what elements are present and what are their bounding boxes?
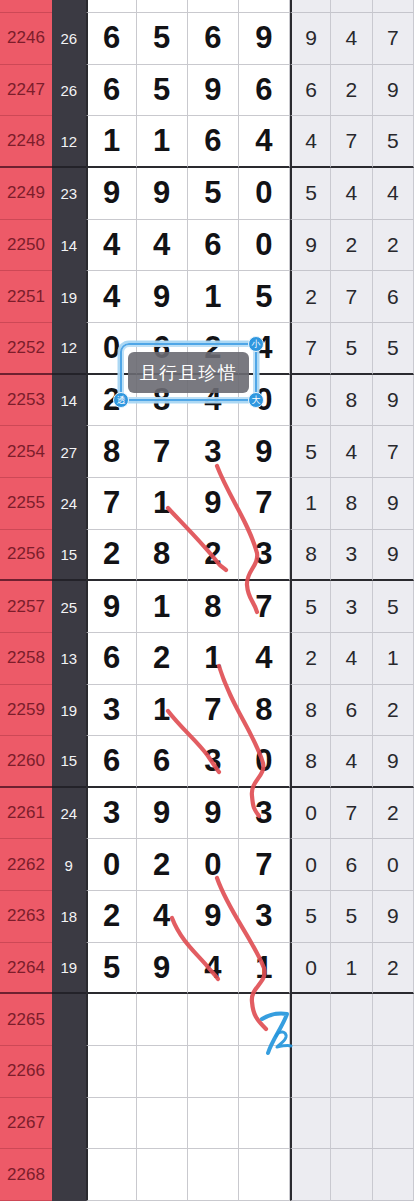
sum-cell: 18 (52, 891, 86, 943)
digit-cell: 9 (188, 788, 239, 840)
sum-cell: 25 (52, 581, 86, 633)
digit-cell: 5 (137, 65, 188, 117)
tail-cell: 6 (331, 839, 372, 891)
tail-cell: 7 (290, 323, 331, 375)
period-cell: 2261 (0, 788, 52, 840)
digit-cell: 1 (137, 685, 188, 737)
sum-cell: 27 (52, 426, 86, 478)
tail-cell (290, 1098, 331, 1150)
digit-cell (137, 1046, 188, 1098)
digit-cell: 6 (86, 736, 137, 788)
digit-cell: 7 (86, 478, 137, 530)
digit-cell: 3 (188, 426, 239, 478)
digit-cell: 1 (239, 943, 290, 995)
tail-cell: 9 (373, 736, 414, 788)
tail-cell: 9 (373, 478, 414, 530)
digit-cell: 9 (137, 168, 188, 220)
tail-cell: 9 (373, 65, 414, 117)
sum-cell: 15 (52, 736, 86, 788)
digit-cell: 1 (137, 581, 188, 633)
sum-cell: 23 (52, 168, 86, 220)
digit-cell: 4 (86, 220, 137, 272)
digit-cell (239, 994, 290, 1046)
tail-cell: 4 (331, 13, 372, 65)
digit-cell: 8 (137, 530, 188, 582)
digit-cell: 8 (86, 426, 137, 478)
digit-cell: 6 (137, 736, 188, 788)
tail-cell: 7 (331, 116, 372, 168)
period-cell: 2263 (0, 891, 52, 943)
digit-cell: 6 (239, 65, 290, 117)
tail-cell: 0 (290, 943, 331, 995)
sum-cell (52, 1149, 86, 1201)
tail-cell (331, 994, 372, 1046)
period-cell: 2254 (0, 426, 52, 478)
digit-cell (86, 1046, 137, 1098)
tail-cell: 9 (290, 220, 331, 272)
digit-cell: 0 (239, 168, 290, 220)
period-cell: 2251 (0, 271, 52, 323)
tail-cell: 5 (373, 116, 414, 168)
sum-cell: 19 (52, 685, 86, 737)
digit-cell: 6 (86, 13, 137, 65)
digit-cell (137, 994, 188, 1046)
sum-cell: 24 (52, 788, 86, 840)
tail-cell (331, 1149, 372, 1201)
digit-cell: 6 (188, 116, 239, 168)
tail-cell: 2 (331, 220, 372, 272)
digit-cell: 2 (137, 633, 188, 685)
digit-cell: 4 (239, 116, 290, 168)
digit-cell (188, 1149, 239, 1201)
digit-cell: 9 (188, 891, 239, 943)
tail-cell: 6 (290, 65, 331, 117)
tail-cell: 5 (331, 891, 372, 943)
tail-cell: 7 (331, 788, 372, 840)
period-cell: 2256 (0, 530, 52, 582)
digit-cell: 8 (188, 581, 239, 633)
digit-cell: 9 (86, 168, 137, 220)
tail-cell: 5 (373, 323, 414, 375)
period-cell: 2253 (0, 375, 52, 427)
tail-cell: 4 (331, 736, 372, 788)
period-cell: 2252 (0, 323, 52, 375)
digit-cell: 1 (188, 271, 239, 323)
tail-cell: 4 (373, 168, 414, 220)
sum-cell: 14 (52, 220, 86, 272)
sum-cell: 12 (52, 116, 86, 168)
digit-cell: 5 (86, 943, 137, 995)
digit-cell: 9 (239, 13, 290, 65)
digit-cell: 0 (239, 220, 290, 272)
digit-cell (86, 994, 137, 1046)
tail-cell: 7 (331, 271, 372, 323)
tail-cell (331, 1046, 372, 1098)
tail-cell: 1 (331, 943, 372, 995)
tail-cell (290, 1149, 331, 1201)
digit-cell: 3 (86, 788, 137, 840)
period-cell: 2246 (0, 13, 52, 65)
digit-cell: 6 (188, 220, 239, 272)
tail-cell: 4 (331, 633, 372, 685)
period-cell: 2259 (0, 685, 52, 737)
sum-cell: 19 (52, 271, 86, 323)
period-cell: 2262 (0, 839, 52, 891)
digit-cell: 7 (239, 478, 290, 530)
tail-cell: 6 (290, 375, 331, 427)
digit-cell: 6 (188, 13, 239, 65)
digit-cell: 5 (188, 168, 239, 220)
tail-cell: 2 (373, 220, 414, 272)
digit-cell: 0 (239, 736, 290, 788)
period-cell: 2266 (0, 1046, 52, 1098)
digit-cell (86, 1149, 137, 1201)
digit-cell: 2 (137, 839, 188, 891)
sum-cell (52, 1098, 86, 1150)
digit-cell: 4 (86, 0, 137, 13)
digit-cell: 6 (86, 633, 137, 685)
tail-cell: 4 (290, 116, 331, 168)
digit-cell: 1 (188, 633, 239, 685)
digit-cell: 9 (188, 478, 239, 530)
digit-cell: 2 (86, 891, 137, 943)
trend-grid: 4727327224626656994722472665966292248121… (0, 0, 414, 1201)
digit-cell: 0 (188, 839, 239, 891)
tail-cell: 7 (373, 0, 414, 13)
digit-cell: 1 (86, 116, 137, 168)
digit-cell: 8 (239, 685, 290, 737)
digit-cell: 2 (188, 0, 239, 13)
digit-cell: 7 (188, 685, 239, 737)
tail-cell (331, 1098, 372, 1150)
digit-cell: 1 (137, 116, 188, 168)
tail-cell: 2 (331, 65, 372, 117)
tail-cell: 2 (331, 0, 372, 13)
tail-cell: 3 (331, 530, 372, 582)
period-cell: 2248 (0, 116, 52, 168)
tail-cell: 9 (373, 891, 414, 943)
tail-cell: 0 (290, 839, 331, 891)
digit-cell (239, 1046, 290, 1098)
digit-cell: 2 (86, 530, 137, 582)
sum-cell: 13 (52, 633, 86, 685)
digit-cell: 9 (188, 65, 239, 117)
period-cell: 2265 (0, 994, 52, 1046)
digit-cell (188, 1098, 239, 1150)
tail-cell: 6 (373, 271, 414, 323)
tail-cell (373, 994, 414, 1046)
sum-cell: 26 (52, 13, 86, 65)
tail-cell (373, 1046, 414, 1098)
digit-cell: 0 (86, 839, 137, 891)
digit-cell: 6 (86, 65, 137, 117)
resize-handle-small-icon[interactable]: 小 (248, 336, 264, 352)
sum-cell (52, 1046, 86, 1098)
tail-cell: 0 (373, 839, 414, 891)
digit-cell: 4 (239, 633, 290, 685)
tail-cell (373, 1149, 414, 1201)
digit-cell: 7 (239, 0, 290, 13)
tail-cell: 5 (290, 426, 331, 478)
tail-cell (290, 994, 331, 1046)
tail-cell: 1 (290, 478, 331, 530)
tail-cell: 8 (331, 375, 372, 427)
digit-cell: 1 (137, 478, 188, 530)
sum-cell: 14 (52, 375, 86, 427)
digit-cell: 9 (137, 788, 188, 840)
digit-cell (188, 994, 239, 1046)
tail-cell: 5 (290, 581, 331, 633)
tail-cell: 2 (290, 271, 331, 323)
tail-cell: 8 (290, 736, 331, 788)
digit-cell: 3 (188, 736, 239, 788)
period-cell: 2257 (0, 581, 52, 633)
tail-cell: 5 (331, 323, 372, 375)
digit-cell: 9 (86, 581, 137, 633)
tail-cell: 6 (331, 685, 372, 737)
period-cell: 2250 (0, 220, 52, 272)
digit-cell (137, 1149, 188, 1201)
tail-cell: 4 (331, 168, 372, 220)
tail-cell: 3 (290, 0, 331, 13)
annotation-textbox[interactable]: 且行且珍惜 小 透 大 (120, 343, 257, 401)
digit-cell: 9 (239, 426, 290, 478)
period-cell: 2260 (0, 736, 52, 788)
tail-cell: 7 (373, 13, 414, 65)
tail-cell (290, 1046, 331, 1098)
digit-cell: 3 (239, 788, 290, 840)
tail-cell: 8 (290, 530, 331, 582)
digit-cell: 2 (188, 530, 239, 582)
transparency-handle-icon[interactable]: 透 (113, 392, 129, 408)
tail-cell: 2 (373, 788, 414, 840)
digit-cell: 4 (137, 220, 188, 272)
digit-cell: 4 (188, 943, 239, 995)
tail-cell: 3 (331, 581, 372, 633)
tail-cell: 9 (290, 13, 331, 65)
tail-cell: 2 (290, 633, 331, 685)
tail-cell: 5 (290, 891, 331, 943)
tail-cell: 1 (373, 633, 414, 685)
digit-cell: 4 (86, 271, 137, 323)
digit-cell: 3 (86, 685, 137, 737)
tail-cell: 4 (331, 426, 372, 478)
digit-cell: 3 (239, 891, 290, 943)
digit-cell: 3 (239, 530, 290, 582)
tail-cell: 7 (373, 426, 414, 478)
digit-cell: 7 (137, 0, 188, 13)
tail-cell: 5 (373, 581, 414, 633)
period-cell (0, 0, 52, 13)
tail-cell: 8 (331, 478, 372, 530)
period-cell: 2264 (0, 943, 52, 995)
annotation-text: 且行且珍惜 (128, 352, 249, 393)
digit-cell: 9 (137, 943, 188, 995)
sum-cell: 19 (52, 943, 86, 995)
digit-cell (188, 1046, 239, 1098)
digit-cell (239, 1098, 290, 1150)
sum-cell (52, 0, 86, 13)
tail-cell: 5 (290, 168, 331, 220)
period-cell: 2249 (0, 168, 52, 220)
digit-cell: 5 (137, 13, 188, 65)
tail-cell (373, 1098, 414, 1150)
tail-cell: 9 (373, 375, 414, 427)
digit-cell: 7 (239, 839, 290, 891)
digit-cell: 7 (137, 426, 188, 478)
tail-cell: 8 (290, 685, 331, 737)
sum-cell: 12 (52, 323, 86, 375)
period-cell: 2268 (0, 1149, 52, 1201)
sum-cell: 9 (52, 839, 86, 891)
digit-cell: 4 (137, 891, 188, 943)
tail-cell: 2 (373, 943, 414, 995)
sum-cell: 26 (52, 65, 86, 117)
tail-cell: 9 (373, 530, 414, 582)
sum-cell: 15 (52, 530, 86, 582)
period-cell: 2258 (0, 633, 52, 685)
digit-cell (137, 1098, 188, 1150)
digit-cell: 5 (239, 271, 290, 323)
resize-handle-big-icon[interactable]: 大 (248, 392, 264, 408)
tail-cell: 0 (290, 788, 331, 840)
period-cell: 2267 (0, 1098, 52, 1150)
period-cell: 2255 (0, 478, 52, 530)
sum-cell (52, 994, 86, 1046)
digit-cell (239, 1149, 290, 1201)
sum-cell: 24 (52, 478, 86, 530)
digit-cell (86, 1098, 137, 1150)
tail-cell: 2 (373, 685, 414, 737)
period-cell: 2247 (0, 65, 52, 117)
digit-cell: 7 (239, 581, 290, 633)
digit-cell: 9 (137, 271, 188, 323)
